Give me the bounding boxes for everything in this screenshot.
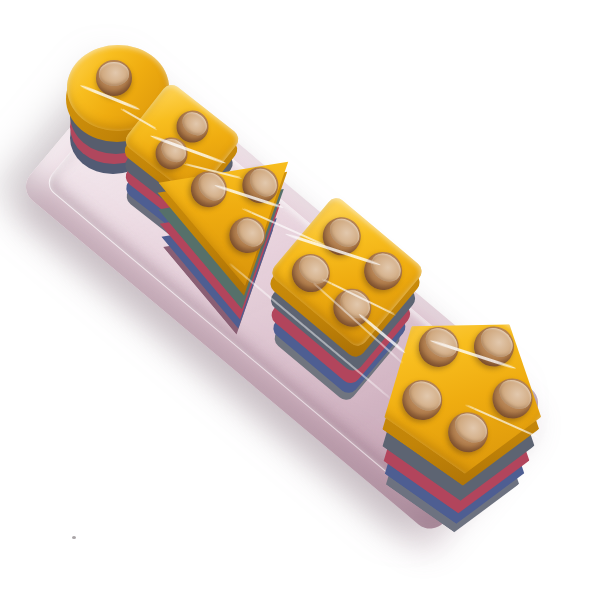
wooden-peg (96, 60, 132, 96)
photo-stage (0, 0, 600, 600)
background-speck (72, 536, 76, 539)
